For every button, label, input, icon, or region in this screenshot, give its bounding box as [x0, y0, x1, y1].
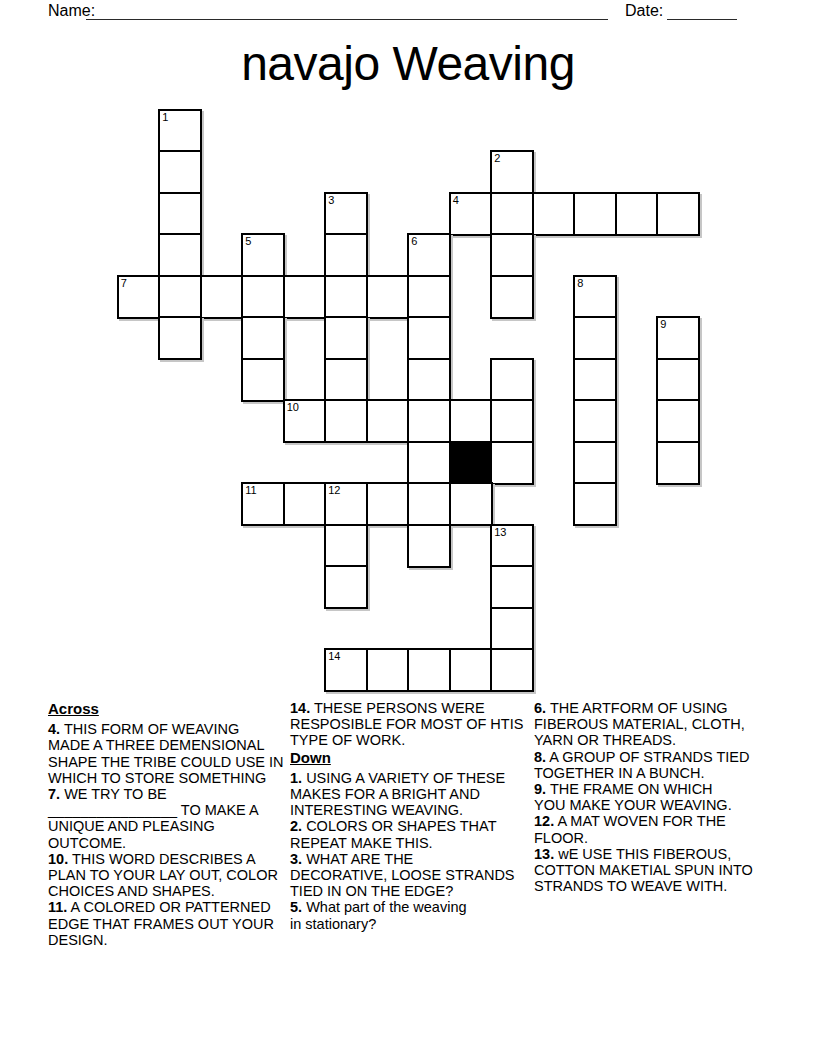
- clue-text: USING A VARIETY OF THESE MAKES FOR A BRI…: [290, 770, 505, 818]
- cell-r2c8[interactable]: 4: [449, 192, 493, 236]
- cell-r2c12[interactable]: [615, 192, 659, 236]
- clue-number-label: 11.: [48, 899, 67, 915]
- cell-r2c9[interactable]: [490, 192, 534, 236]
- cell-r5c3[interactable]: [241, 316, 285, 360]
- clue-column-2: 14. THESE PERSONS WERE RESPOSIBLE FOR MO…: [290, 700, 530, 932]
- date-label: Date:: [625, 2, 663, 20]
- grid-number-2: 2: [494, 152, 500, 165]
- clue-number-label: 5.: [290, 899, 302, 915]
- grid-number-13: 13: [494, 526, 506, 539]
- clue-10-across: 10. THIS WORD DESCRIBES A PLAN TO YOUR L…: [48, 851, 288, 900]
- cell-r3c3[interactable]: 5: [241, 233, 285, 277]
- clue-2-down: 2. COLORS OR SHAPES THAT REPEAT MAKE THI…: [290, 818, 530, 850]
- cell-r7c6[interactable]: [366, 399, 410, 443]
- clue-text: wE USE THIS FIBEROUS, COTTON MAKETIAL SP…: [534, 846, 753, 894]
- cell-r4c0[interactable]: 7: [117, 275, 161, 319]
- clue-text: WHAT ARE THE DECORATIVE, LOOSE STRANDS T…: [290, 851, 515, 899]
- clue-number-label: 1.: [290, 770, 302, 786]
- cell-r13c8[interactable]: [449, 648, 493, 692]
- clue-text: THIS WORD DESCRIBES A PLAN TO YOUR LAY O…: [48, 851, 278, 899]
- cell-r1c9[interactable]: 2: [490, 150, 534, 194]
- cell-r12c9[interactable]: [490, 607, 534, 651]
- cell-r4c6[interactable]: [366, 275, 410, 319]
- cell-r5c7[interactable]: [407, 316, 451, 360]
- grid-number-14: 14: [328, 650, 340, 663]
- clue-3-down: 3. WHAT ARE THE DECORATIVE, LOOSE STRAND…: [290, 851, 530, 900]
- grid-number-12: 12: [328, 484, 340, 497]
- clue-1-down: 1. USING A VARIETY OF THESE MAKES FOR A …: [290, 770, 530, 819]
- cell-r1c1[interactable]: [158, 150, 202, 194]
- clue-7-across: 7. WE TRY TO BE ________________ TO MAKE…: [48, 786, 288, 851]
- cell-r8c9[interactable]: [490, 441, 534, 485]
- cell-r6c5[interactable]: [324, 358, 368, 402]
- cell-r3c5[interactable]: [324, 233, 368, 277]
- clue-text: THESE PERSONS WERE RESPOSIBLE FOR MOST O…: [290, 700, 523, 748]
- cell-r2c10[interactable]: [532, 192, 576, 236]
- cell-r5c1[interactable]: [158, 316, 202, 360]
- cell-r6c9[interactable]: [490, 358, 534, 402]
- clue-14-across: 14. THESE PERSONS WERE RESPOSIBLE FOR MO…: [290, 700, 530, 749]
- cell-r6c11[interactable]: [573, 358, 617, 402]
- cell-r11c9[interactable]: [490, 565, 534, 609]
- clue-number-label: 10.: [48, 851, 68, 867]
- cell-r10c5[interactable]: [324, 524, 368, 568]
- clue-number-label: 14.: [290, 700, 310, 716]
- cell-r13c7[interactable]: [407, 648, 451, 692]
- across-header: Across: [48, 701, 288, 717]
- cell-r2c5[interactable]: 3: [324, 192, 368, 236]
- cell-r7c7[interactable]: [407, 399, 451, 443]
- block-cell: [449, 441, 493, 485]
- clue-text: THIS FORM OF WEAVING MADE A THREE DEMENS…: [48, 721, 284, 786]
- cell-r6c3[interactable]: [241, 358, 285, 402]
- cell-r4c3[interactable]: [241, 275, 285, 319]
- cell-r13c5[interactable]: 14: [324, 648, 368, 692]
- cell-r4c9[interactable]: [490, 275, 534, 319]
- clue-number-label: 12.: [534, 813, 554, 829]
- clue-text: THE FRAME ON WHICH YOU MAKE YOUR WEAVING…: [534, 781, 732, 813]
- cell-r7c8[interactable]: [449, 399, 493, 443]
- clue-number-label: 3.: [290, 851, 302, 867]
- across-header-label: Across: [48, 700, 99, 717]
- clue-text: THE ARTFORM OF USING FIBEROUS MATERIAL, …: [534, 700, 745, 748]
- cell-r7c13[interactable]: [656, 399, 700, 443]
- down-header-label: Down: [290, 749, 331, 766]
- clue-number-label: 9.: [534, 781, 546, 797]
- grid-number-1: 1: [162, 111, 168, 124]
- cell-r8c11[interactable]: [573, 441, 617, 485]
- puzzle-title: navajo Weaving: [0, 36, 816, 91]
- cell-r3c9[interactable]: [490, 233, 534, 277]
- clue-text: COLORS OR SHAPES THAT REPEAT MAKE THIS.: [290, 818, 497, 850]
- cell-r9c5[interactable]: 12: [324, 482, 368, 526]
- cell-r7c4[interactable]: 10: [283, 399, 327, 443]
- cell-r9c7[interactable]: [407, 482, 451, 526]
- cell-r9c11[interactable]: [573, 482, 617, 526]
- cell-r9c4[interactable]: [283, 482, 327, 526]
- cell-r0c1[interactable]: 1: [158, 109, 202, 153]
- cell-r8c13[interactable]: [656, 441, 700, 485]
- clue-5-down: 5. What part of the weaving in stationar…: [290, 899, 530, 931]
- cell-r9c6[interactable]: [366, 482, 410, 526]
- grid-number-9: 9: [660, 318, 666, 331]
- cell-r7c5[interactable]: [324, 399, 368, 443]
- grid-number-10: 10: [287, 401, 299, 414]
- clue-number-label: 4.: [48, 721, 60, 737]
- cell-r3c7[interactable]: 6: [407, 233, 451, 277]
- cell-r10c7[interactable]: [407, 524, 451, 568]
- down-header: Down: [290, 750, 530, 766]
- date-blank-line[interactable]: [667, 1, 737, 20]
- cell-r4c7[interactable]: [407, 275, 451, 319]
- cell-r9c8[interactable]: [449, 482, 493, 526]
- name-blank-line[interactable]: [86, 1, 608, 20]
- clue-column-1: Across4. THIS FORM OF WEAVING MADE A THR…: [48, 700, 288, 948]
- grid-number-8: 8: [577, 277, 583, 290]
- clue-13-down: 13. wE USE THIS FIBEROUS, COTTON MAKETIA…: [534, 846, 758, 895]
- clue-4-across: 4. THIS FORM OF WEAVING MADE A THREE DEM…: [48, 721, 288, 786]
- grid-number-6: 6: [411, 235, 417, 248]
- grid-number-7: 7: [121, 277, 127, 290]
- cell-r13c6[interactable]: [366, 648, 410, 692]
- cell-r2c13[interactable]: [656, 192, 700, 236]
- clue-11-across: 11. A COLORED OR PATTERNED EDGE THAT FRA…: [48, 899, 288, 948]
- clue-column-3: 6. THE ARTFORM OF USING FIBEROUS MATERIA…: [534, 700, 758, 894]
- clue-number-label: 2.: [290, 818, 302, 834]
- clue-6-down: 6. THE ARTFORM OF USING FIBEROUS MATERIA…: [534, 700, 758, 749]
- clue-12-down: 12. A MAT WOVEN FOR THE FLOOR.: [534, 813, 758, 845]
- grid-number-3: 3: [328, 194, 334, 207]
- cell-r2c1[interactable]: [158, 192, 202, 236]
- cell-r5c11[interactable]: [573, 316, 617, 360]
- clue-text: WE TRY TO BE ________________ TO MAKE A …: [48, 786, 259, 851]
- cell-r9c3[interactable]: 11: [241, 482, 285, 526]
- cell-r2c11[interactable]: [573, 192, 617, 236]
- grid-number-4: 4: [453, 194, 459, 207]
- cell-r4c4[interactable]: [283, 275, 327, 319]
- clue-number-label: 7.: [48, 786, 60, 802]
- cell-r6c7[interactable]: [407, 358, 451, 402]
- clue-8-down: 8. A GROUP OF STRANDS TIED TOGETHER IN A…: [534, 749, 758, 781]
- cell-r5c13[interactable]: 9: [656, 316, 700, 360]
- cell-r3c1[interactable]: [158, 233, 202, 277]
- clue-text: What part of the weaving in stationary?: [290, 899, 467, 931]
- clue-text: A GROUP OF STRANDS TIED TOGETHER IN A BU…: [534, 749, 749, 781]
- worksheet-page: Name: Date: navajo Weaving 1234567891011…: [0, 0, 816, 1056]
- clue-number-label: 6.: [534, 700, 546, 716]
- cell-r10c9[interactable]: 13: [490, 524, 534, 568]
- cell-r8c7[interactable]: [407, 441, 451, 485]
- cell-r4c1[interactable]: [158, 275, 202, 319]
- cell-r11c5[interactable]: [324, 565, 368, 609]
- grid-number-11: 11: [245, 484, 256, 497]
- cell-r13c9[interactable]: [490, 648, 534, 692]
- cell-r7c11[interactable]: [573, 399, 617, 443]
- clue-text: A COLORED OR PATTERNED EDGE THAT FRAMES …: [48, 899, 274, 947]
- clue-text: A MAT WOVEN FOR THE FLOOR.: [534, 813, 726, 845]
- cell-r7c9[interactable]: [490, 399, 534, 443]
- cell-r4c5[interactable]: [324, 275, 368, 319]
- cell-r4c2[interactable]: [200, 275, 244, 319]
- clue-number-label: 8.: [534, 749, 546, 765]
- cell-r5c5[interactable]: [324, 316, 368, 360]
- clue-number-label: 13.: [534, 846, 554, 862]
- grid-number-5: 5: [245, 235, 251, 248]
- cell-r4c11[interactable]: 8: [573, 275, 617, 319]
- clue-9-down: 9. THE FRAME ON WHICH YOU MAKE YOUR WEAV…: [534, 781, 758, 813]
- cell-r6c13[interactable]: [656, 358, 700, 402]
